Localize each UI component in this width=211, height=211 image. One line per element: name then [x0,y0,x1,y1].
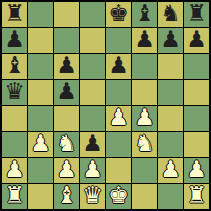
chess-board: ♜♚♝♞♜♟♟♟♟♝♟♟♛♟♟♟♟♞♟♞♟♟♟♟♟♜♝♛♚♜ [2,2,209,209]
square-b2[interactable] [28,158,53,183]
square-a2[interactable]: ♟ [2,158,27,183]
piece-black-king[interactable]: ♚ [108,2,129,25]
square-f2[interactable] [132,158,157,183]
square-g3[interactable] [158,132,183,157]
piece-black-bishop[interactable]: ♝ [4,54,25,77]
square-g5[interactable] [158,80,183,105]
square-e8[interactable]: ♚ [106,2,131,27]
square-d5[interactable] [80,80,105,105]
chess-board-frame: ♜♚♝♞♜♟♟♟♟♝♟♟♛♟♟♟♟♞♟♞♟♟♟♟♟♜♝♛♚♜ [0,0,211,211]
square-g7[interactable]: ♟ [158,28,183,53]
square-h1[interactable]: ♜ [184,184,209,209]
piece-white-pawn[interactable]: ♟ [4,158,25,181]
piece-black-pawn[interactable]: ♟ [186,28,207,51]
piece-black-queen[interactable]: ♛ [4,80,25,103]
piece-white-bishop[interactable]: ♝ [56,184,77,207]
piece-white-pawn[interactable]: ♟ [160,158,181,181]
square-b3[interactable]: ♟ [28,132,53,157]
square-a1[interactable]: ♜ [2,184,27,209]
square-h7[interactable]: ♟ [184,28,209,53]
square-d6[interactable] [80,54,105,79]
square-d8[interactable] [80,2,105,27]
square-d7[interactable] [80,28,105,53]
square-d1[interactable]: ♛ [80,184,105,209]
square-d3[interactable]: ♟ [80,132,105,157]
piece-white-knight[interactable]: ♞ [56,132,77,155]
square-f8[interactable]: ♝ [132,2,157,27]
square-b7[interactable] [28,28,53,53]
piece-black-rook[interactable]: ♜ [4,2,25,25]
piece-black-pawn[interactable]: ♟ [82,132,103,155]
square-h8[interactable]: ♜ [184,2,209,27]
piece-black-pawn[interactable]: ♟ [56,54,77,77]
square-f4[interactable]: ♟ [132,106,157,131]
piece-black-bishop[interactable]: ♝ [134,2,155,25]
square-e6[interactable]: ♟ [106,54,131,79]
square-e2[interactable] [106,158,131,183]
square-g4[interactable] [158,106,183,131]
piece-black-pawn[interactable]: ♟ [108,54,129,77]
piece-white-pawn[interactable]: ♟ [30,132,51,155]
square-c6[interactable]: ♟ [54,54,79,79]
piece-white-rook[interactable]: ♜ [186,184,207,207]
square-h5[interactable] [184,80,209,105]
square-c2[interactable]: ♟ [54,158,79,183]
square-f7[interactable]: ♟ [132,28,157,53]
piece-white-pawn[interactable]: ♟ [108,106,129,129]
square-g1[interactable] [158,184,183,209]
square-b5[interactable] [28,80,53,105]
square-h3[interactable] [184,132,209,157]
square-f5[interactable] [132,80,157,105]
square-a6[interactable]: ♝ [2,54,27,79]
square-h2[interactable]: ♟ [184,158,209,183]
piece-white-rook[interactable]: ♜ [4,184,25,207]
square-b4[interactable] [28,106,53,131]
square-a8[interactable]: ♜ [2,2,27,27]
piece-white-pawn[interactable]: ♟ [134,106,155,129]
piece-black-pawn[interactable]: ♟ [56,80,77,103]
piece-white-pawn[interactable]: ♟ [82,158,103,181]
square-a7[interactable]: ♟ [2,28,27,53]
square-c7[interactable] [54,28,79,53]
square-c3[interactable]: ♞ [54,132,79,157]
piece-white-knight[interactable]: ♞ [134,132,155,155]
square-b1[interactable] [28,184,53,209]
piece-black-pawn[interactable]: ♟ [160,28,181,51]
square-g6[interactable] [158,54,183,79]
square-c8[interactable] [54,2,79,27]
square-a3[interactable] [2,132,27,157]
square-g8[interactable]: ♞ [158,2,183,27]
square-a5[interactable]: ♛ [2,80,27,105]
piece-black-pawn[interactable]: ♟ [4,28,25,51]
square-h6[interactable] [184,54,209,79]
square-e4[interactable]: ♟ [106,106,131,131]
square-c5[interactable]: ♟ [54,80,79,105]
piece-black-rook[interactable]: ♜ [186,2,207,25]
square-h4[interactable] [184,106,209,131]
piece-black-pawn[interactable]: ♟ [134,28,155,51]
square-a4[interactable] [2,106,27,131]
square-e5[interactable] [106,80,131,105]
piece-white-king[interactable]: ♚ [108,184,129,207]
square-e7[interactable] [106,28,131,53]
square-f6[interactable] [132,54,157,79]
square-g2[interactable]: ♟ [158,158,183,183]
piece-white-queen[interactable]: ♛ [82,184,103,207]
square-d4[interactable] [80,106,105,131]
square-e3[interactable] [106,132,131,157]
piece-black-knight[interactable]: ♞ [160,2,181,25]
square-f1[interactable] [132,184,157,209]
square-f3[interactable]: ♞ [132,132,157,157]
square-c4[interactable] [54,106,79,131]
square-b6[interactable] [28,54,53,79]
square-b8[interactable] [28,2,53,27]
square-c1[interactable]: ♝ [54,184,79,209]
piece-white-pawn[interactable]: ♟ [186,158,207,181]
square-d2[interactable]: ♟ [80,158,105,183]
square-e1[interactable]: ♚ [106,184,131,209]
piece-white-pawn[interactable]: ♟ [56,158,77,181]
